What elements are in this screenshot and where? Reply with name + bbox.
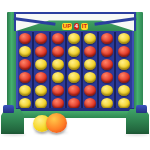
logo-part-it: IT	[81, 23, 88, 30]
board-cell	[116, 84, 132, 97]
disc-yellow	[35, 85, 47, 96]
logo-text: UP 4 IT	[16, 23, 134, 30]
disc-red	[101, 46, 113, 57]
board-cell	[83, 84, 99, 97]
disc-yellow	[19, 46, 31, 57]
disc-red	[35, 72, 47, 83]
disc-red	[84, 85, 96, 96]
board-cell	[34, 84, 50, 97]
board-cell	[83, 58, 99, 71]
loose-disc-orange-red	[46, 113, 67, 133]
disc-yellow	[68, 46, 80, 57]
bottom-green-rail	[8, 111, 142, 118]
board-cell	[67, 58, 83, 71]
board-cell	[99, 58, 115, 71]
board-cell	[67, 71, 83, 84]
disc-red	[101, 72, 113, 83]
disc-yellow	[52, 59, 64, 70]
disc-yellow	[68, 33, 80, 44]
board-cell	[83, 45, 99, 58]
disc-yellow	[118, 33, 130, 44]
board-cell	[116, 45, 132, 58]
disc-yellow	[101, 85, 113, 96]
disc-yellow	[84, 72, 96, 83]
board-cell	[99, 45, 115, 58]
disc-red	[19, 59, 31, 70]
board-cell	[51, 32, 67, 45]
board-cell	[99, 71, 115, 84]
connect-four-product-photo: UP 4 IT	[0, 0, 150, 150]
disc-red	[52, 85, 64, 96]
disc-red	[35, 33, 47, 44]
right-blue-knob	[136, 105, 147, 113]
disc-red	[68, 85, 80, 96]
board-cell	[67, 45, 83, 58]
top-crossbar: UP 4 IT	[14, 12, 136, 31]
board-cell	[51, 71, 67, 84]
disc-yellow	[84, 59, 96, 70]
disc-red	[19, 33, 31, 44]
disc-red	[52, 46, 64, 57]
logo-part-up: UP	[62, 23, 72, 30]
left-blue-knob	[3, 105, 14, 113]
disc-red	[118, 72, 130, 83]
board-cell	[18, 84, 34, 97]
board-cell	[34, 58, 50, 71]
board-cell	[51, 45, 67, 58]
board-cell	[34, 71, 50, 84]
disc-yellow	[19, 85, 31, 96]
disc-red	[84, 46, 96, 57]
board-cell	[18, 45, 34, 58]
board-cell	[116, 71, 132, 84]
board-cell	[67, 84, 83, 97]
disc-red	[19, 72, 31, 83]
board-cell	[34, 45, 50, 58]
disc-red	[52, 33, 64, 44]
board-cell	[18, 71, 34, 84]
disc-yellow	[118, 85, 130, 96]
disc-red	[35, 46, 47, 57]
board-cell	[116, 58, 132, 71]
disc-yellow	[68, 72, 80, 83]
board-cell	[51, 58, 67, 71]
board-cell	[51, 84, 67, 97]
logo-part-4: 4	[74, 23, 79, 30]
right-foot-shadow	[125, 133, 149, 136]
board-cell	[67, 32, 83, 45]
board-cell	[18, 32, 34, 45]
disc-red	[101, 59, 113, 70]
board-cell	[18, 58, 34, 71]
board-cell	[99, 32, 115, 45]
disc-yellow	[35, 59, 47, 70]
board-cell	[116, 32, 132, 45]
board-cell	[99, 84, 115, 97]
disc-red	[118, 46, 130, 57]
board-cell	[34, 32, 50, 45]
disc-yellow	[52, 72, 64, 83]
board-grid	[16, 31, 134, 111]
board-cell	[83, 71, 99, 84]
disc-yellow	[84, 33, 96, 44]
board-cell	[83, 32, 99, 45]
disc-yellow	[118, 59, 130, 70]
disc-red	[101, 33, 113, 44]
disc-yellow	[68, 59, 80, 70]
left-foot-shadow	[2, 133, 26, 136]
